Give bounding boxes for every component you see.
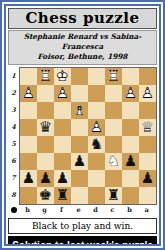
file-label-b: b (121, 205, 138, 216)
square-a3 (139, 102, 156, 119)
white-pawn-piece: ♟ (122, 85, 139, 102)
square-f5 (54, 136, 71, 153)
white-rook-piece: ♜ (105, 68, 122, 85)
square-c4 (105, 119, 122, 136)
square-h4 (20, 119, 37, 136)
square-f4 (54, 119, 71, 136)
clipping-frame: Chess puzzle Stephanie Renard vs Sabina-… (0, 0, 165, 250)
rank-label-7: 7 (8, 170, 19, 187)
white-rook-piece: ♜ (37, 68, 54, 85)
square-h7: ♟ (20, 170, 37, 187)
rank-labels: 12345678 (8, 67, 19, 205)
file-label-f: f (53, 205, 70, 216)
black-dot-icon (11, 207, 17, 213)
square-a5 (139, 136, 156, 153)
square-g4: ♛ (37, 119, 54, 136)
black-pawn-piece: ♟ (20, 170, 37, 187)
square-c8: ♜ (105, 187, 122, 204)
square-d6 (88, 153, 105, 170)
square-g1: ♜ (37, 68, 54, 85)
square-b4 (122, 119, 139, 136)
square-d1 (88, 68, 105, 85)
square-h1 (20, 68, 37, 85)
square-a4: ♛ (139, 119, 156, 136)
square-f2: ♟ (54, 85, 71, 102)
square-c6: ♞ (105, 153, 122, 170)
chess-board-area: 12345678 ♜♚♜♟♟♟♟♝♛♟♛♞♟♞♟♟♟♟♟♚♜♜ hgfedcba (8, 67, 157, 216)
square-h2: ♟ (20, 85, 37, 102)
rank-label-8: 8 (8, 187, 19, 204)
square-f1: ♚ (54, 68, 71, 85)
square-b7 (122, 170, 139, 187)
black-knight-piece: ♞ (88, 136, 105, 153)
black-pawn-piece: ♟ (37, 170, 54, 187)
page-title: Chess puzzle (8, 8, 157, 29)
square-a7: ♟ (139, 170, 156, 187)
black-pawn-piece: ♟ (139, 170, 156, 187)
subtitle-line-2: Foisor, Bethune, 1998 (9, 52, 156, 62)
square-e3: ♝ (71, 102, 88, 119)
square-f7: ♟ (54, 170, 71, 187)
square-c1: ♜ (105, 68, 122, 85)
black-queen-piece: ♛ (37, 119, 54, 136)
square-a6 (139, 153, 156, 170)
square-c2 (105, 85, 122, 102)
square-b8 (122, 187, 139, 204)
black-pawn-piece: ♟ (54, 170, 71, 187)
black-to-move-indicator (8, 205, 19, 216)
file-label-c: c (104, 205, 121, 216)
file-label-a: a (138, 205, 155, 216)
white-pawn-piece: ♟ (54, 85, 71, 102)
square-b2: ♟ (122, 85, 139, 102)
square-e7 (71, 170, 88, 187)
black-pawn-piece: ♟ (71, 153, 88, 170)
square-a8 (139, 187, 156, 204)
square-e1 (71, 68, 88, 85)
square-b6: ♟ (122, 153, 139, 170)
white-pawn-piece: ♟ (20, 85, 37, 102)
black-king-piece: ♚ (37, 187, 54, 204)
file-label-h: h (19, 205, 36, 216)
square-c5 (105, 136, 122, 153)
square-h5 (20, 136, 37, 153)
square-c7 (105, 170, 122, 187)
file-label-e: e (70, 205, 87, 216)
puzzle-caption: Black to play and win. (8, 218, 157, 234)
rank-label-1: 1 (8, 68, 19, 85)
chess-board: ♜♚♜♟♟♟♟♝♛♟♛♞♟♞♟♟♟♟♟♚♜♜ (19, 67, 157, 205)
square-b1 (122, 68, 139, 85)
square-e6: ♟ (71, 153, 88, 170)
square-e5 (71, 136, 88, 153)
square-g8: ♚ (37, 187, 54, 204)
clipping-inner: Chess puzzle Stephanie Renard vs Sabina-… (4, 4, 161, 246)
square-h8 (20, 187, 37, 204)
subtitle-line-1: Stephanie Renard vs Sabina-Francesca (9, 32, 156, 52)
square-d3 (88, 102, 105, 119)
square-e8 (71, 187, 88, 204)
square-d5: ♞ (88, 136, 105, 153)
white-queen-piece: ♛ (139, 119, 156, 136)
rank-label-3: 3 (8, 102, 19, 119)
square-h3 (20, 102, 37, 119)
white-knight-piece: ♞ (105, 153, 122, 170)
square-e4 (71, 119, 88, 136)
square-d4: ♟ (88, 119, 105, 136)
square-d2 (88, 85, 105, 102)
white-king-piece: ♚ (54, 68, 71, 85)
square-h6 (20, 153, 37, 170)
square-d7 (88, 170, 105, 187)
square-f3 (54, 102, 71, 119)
square-b3 (122, 102, 139, 119)
square-b5 (122, 136, 139, 153)
game-players-subtitle: Stephanie Renard vs Sabina-Francesca Foi… (8, 30, 157, 65)
black-rook-piece: ♜ (105, 187, 122, 204)
square-d8 (88, 187, 105, 204)
white-bishop-piece: ♝ (71, 102, 88, 119)
rank-label-5: 5 (8, 136, 19, 153)
rank-label-2: 2 (8, 85, 19, 102)
square-a1 (139, 68, 156, 85)
square-g3 (37, 102, 54, 119)
solution-banner: Solution to last week's puzzle (8, 236, 157, 246)
square-g2 (37, 85, 54, 102)
square-c3 (105, 102, 122, 119)
white-pawn-piece: ♟ (139, 85, 156, 102)
square-e2 (71, 85, 88, 102)
square-g7: ♟ (37, 170, 54, 187)
rank-label-4: 4 (8, 119, 19, 136)
rank-label-6: 6 (8, 153, 19, 170)
file-label-d: d (87, 205, 104, 216)
square-f6 (54, 153, 71, 170)
file-label-g: g (36, 205, 53, 216)
black-rook-piece: ♜ (54, 187, 71, 204)
square-g6 (37, 153, 54, 170)
file-labels: hgfedcba (19, 205, 157, 216)
square-f8: ♜ (54, 187, 71, 204)
white-pawn-piece: ♟ (88, 119, 105, 136)
square-g5 (37, 136, 54, 153)
square-a2: ♟ (139, 85, 156, 102)
black-pawn-piece: ♟ (122, 153, 139, 170)
